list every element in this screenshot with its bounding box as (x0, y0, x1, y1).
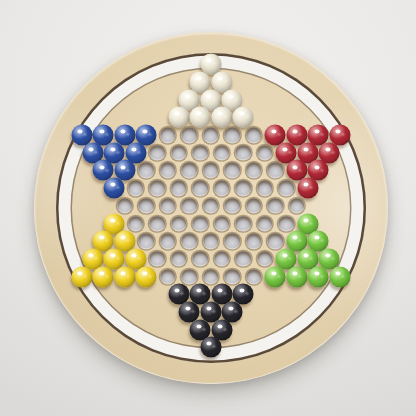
hole[interactable] (246, 163, 262, 179)
hole[interactable] (139, 198, 155, 214)
specular-highlight (314, 271, 319, 275)
hole[interactable] (182, 198, 198, 214)
specular-highlight (314, 165, 319, 169)
specular-highlight (293, 165, 298, 169)
hole[interactable] (171, 180, 187, 196)
marble-grid (77, 56, 346, 357)
specular-highlight (110, 147, 115, 151)
hole[interactable] (235, 145, 251, 161)
hole[interactable] (268, 198, 284, 214)
hole[interactable] (278, 180, 294, 196)
specular-highlight (314, 130, 319, 134)
specular-highlight (304, 147, 309, 151)
specular-highlight (325, 147, 330, 151)
hole[interactable] (160, 233, 176, 249)
specular-highlight (218, 324, 223, 328)
hole[interactable] (289, 198, 305, 214)
specular-highlight (142, 130, 147, 134)
hole[interactable] (235, 180, 251, 196)
specular-highlight (218, 77, 223, 81)
specular-highlight (218, 289, 223, 293)
specular-highlight (282, 253, 287, 257)
specular-highlight (89, 253, 94, 257)
hole[interactable] (268, 233, 284, 249)
hole[interactable] (149, 251, 165, 267)
specular-highlight (110, 253, 115, 257)
specular-highlight (121, 130, 126, 134)
hole[interactable] (246, 198, 262, 214)
specular-highlight (282, 147, 287, 151)
specular-highlight (196, 77, 201, 81)
specular-highlight (293, 271, 298, 275)
specular-highlight (228, 307, 233, 311)
hole[interactable] (203, 163, 219, 179)
hole[interactable] (139, 163, 155, 179)
hole[interactable] (246, 233, 262, 249)
hole[interactable] (182, 163, 198, 179)
hole[interactable] (203, 233, 219, 249)
specular-highlight (185, 94, 190, 98)
hole[interactable] (149, 145, 165, 161)
hole[interactable] (128, 216, 144, 232)
specular-highlight (239, 289, 244, 293)
hole[interactable] (257, 251, 273, 267)
photo-background (0, 0, 416, 416)
specular-highlight (99, 165, 104, 169)
hole[interactable] (203, 127, 219, 143)
marble-white[interactable] (233, 107, 254, 128)
specular-highlight (271, 130, 276, 134)
specular-highlight (304, 218, 309, 222)
specular-highlight (228, 94, 233, 98)
specular-highlight (293, 236, 298, 240)
specular-highlight (196, 289, 201, 293)
specular-highlight (218, 112, 223, 116)
marble-green[interactable] (286, 266, 307, 287)
hole[interactable] (149, 180, 165, 196)
hole[interactable] (171, 216, 187, 232)
marble-red[interactable] (297, 178, 318, 199)
hole[interactable] (139, 233, 155, 249)
specular-highlight (110, 183, 115, 187)
marble-black[interactable] (200, 337, 221, 358)
hole[interactable] (278, 216, 294, 232)
specular-highlight (207, 59, 212, 63)
specular-highlight (89, 147, 94, 151)
hole[interactable] (182, 127, 198, 143)
hole[interactable] (160, 198, 176, 214)
hole[interactable] (192, 216, 208, 232)
specular-highlight (196, 112, 201, 116)
hole[interactable] (225, 233, 241, 249)
specular-highlight (99, 130, 104, 134)
specular-highlight (336, 271, 341, 275)
specular-highlight (314, 236, 319, 240)
specular-highlight (110, 218, 115, 222)
specular-highlight (304, 183, 309, 187)
hole[interactable] (214, 251, 230, 267)
specular-highlight (121, 236, 126, 240)
hole[interactable] (192, 251, 208, 267)
specular-highlight (175, 289, 180, 293)
hole[interactable] (225, 163, 241, 179)
hole[interactable] (235, 251, 251, 267)
hole[interactable] (160, 163, 176, 179)
marble-green[interactable] (329, 266, 350, 287)
specular-highlight (99, 236, 104, 240)
hole[interactable] (171, 251, 187, 267)
specular-highlight (78, 130, 83, 134)
marble-white[interactable] (168, 107, 189, 128)
marble-yellow[interactable] (136, 266, 157, 287)
hole[interactable] (128, 180, 144, 196)
hole[interactable] (171, 145, 187, 161)
specular-highlight (185, 307, 190, 311)
marble-green[interactable] (265, 266, 286, 287)
specular-highlight (304, 253, 309, 257)
specular-highlight (121, 271, 126, 275)
marble-yellow[interactable] (71, 266, 92, 287)
marble-green[interactable] (308, 266, 329, 287)
specular-highlight (207, 342, 212, 346)
specular-highlight (293, 130, 298, 134)
specular-highlight (239, 112, 244, 116)
hole[interactable] (257, 180, 273, 196)
hole[interactable] (192, 180, 208, 196)
specular-highlight (175, 112, 180, 116)
specular-highlight (121, 165, 126, 169)
hole[interactable] (257, 145, 273, 161)
hole[interactable] (268, 163, 284, 179)
hole[interactable] (203, 269, 219, 285)
specular-highlight (196, 324, 201, 328)
hole[interactable] (225, 269, 241, 285)
marble-white[interactable] (211, 107, 232, 128)
hole[interactable] (225, 127, 241, 143)
hole[interactable] (225, 198, 241, 214)
marble-blue[interactable] (104, 178, 125, 199)
specular-highlight (78, 271, 83, 275)
specular-highlight (132, 147, 137, 151)
hole[interactable] (149, 216, 165, 232)
marble-white[interactable] (190, 107, 211, 128)
hole[interactable] (257, 216, 273, 232)
marble-yellow[interactable] (114, 266, 135, 287)
hole[interactable] (214, 145, 230, 161)
specular-highlight (142, 271, 147, 275)
hole[interactable] (117, 198, 133, 214)
hole[interactable] (214, 216, 230, 232)
hole[interactable] (235, 216, 251, 232)
specular-highlight (271, 271, 276, 275)
hole[interactable] (203, 198, 219, 214)
chinese-checkers-board (34, 32, 388, 384)
hole[interactable] (246, 127, 262, 143)
hole[interactable] (246, 269, 262, 285)
specular-highlight (132, 253, 137, 257)
marble-yellow[interactable] (93, 266, 114, 287)
hole[interactable] (182, 233, 198, 249)
hole[interactable] (160, 127, 176, 143)
specular-highlight (207, 307, 212, 311)
specular-highlight (325, 253, 330, 257)
specular-highlight (207, 94, 212, 98)
hole[interactable] (182, 269, 198, 285)
hole[interactable] (192, 145, 208, 161)
hole[interactable] (214, 180, 230, 196)
specular-highlight (99, 271, 104, 275)
hole[interactable] (160, 269, 176, 285)
specular-highlight (336, 130, 341, 134)
